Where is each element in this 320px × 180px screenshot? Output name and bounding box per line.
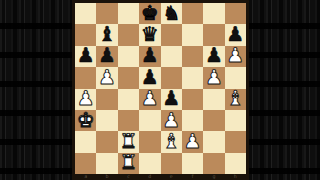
square-d2[interactable] xyxy=(139,131,160,152)
piece-black-pawn[interactable]: ♟ xyxy=(141,45,159,65)
square-d3[interactable] xyxy=(139,110,160,131)
square-e8[interactable]: ♞ xyxy=(161,3,182,24)
piece-white-pawn[interactable]: ♟ xyxy=(77,88,95,108)
file-label-c: c xyxy=(118,173,139,180)
piece-white-king[interactable]: ♚ xyxy=(77,110,95,130)
square-f4[interactable] xyxy=(182,89,203,110)
piece-white-bishop[interactable]: ♝ xyxy=(226,88,244,108)
square-h3[interactable] xyxy=(225,110,246,131)
square-c1[interactable]: ♜ xyxy=(118,153,139,174)
file-label-h: h xyxy=(225,173,246,180)
square-a2[interactable] xyxy=(75,131,96,152)
square-b1[interactable] xyxy=(96,153,117,174)
piece-white-bishop[interactable]: ♝ xyxy=(162,131,180,151)
piece-white-rook[interactable]: ♜ xyxy=(119,152,137,172)
piece-black-bishop[interactable]: ♝ xyxy=(98,24,116,44)
square-b4[interactable] xyxy=(96,89,117,110)
square-g4[interactable] xyxy=(203,89,224,110)
square-f2[interactable]: ♟ xyxy=(182,131,203,152)
square-b5[interactable]: ♟ xyxy=(96,67,117,88)
square-c5[interactable] xyxy=(118,67,139,88)
chess-board: ♚♞♝♛♟♟♟♟♟♟♟♟♟♟♟♟♝♚♟♜♝♟♜ xyxy=(75,3,246,174)
square-g3[interactable] xyxy=(203,110,224,131)
file-label-d: d xyxy=(139,173,160,180)
square-h1[interactable] xyxy=(225,153,246,174)
square-e1[interactable] xyxy=(161,153,182,174)
square-d4[interactable]: ♟ xyxy=(139,89,160,110)
square-f8[interactable] xyxy=(182,3,203,24)
square-c6[interactable] xyxy=(118,46,139,67)
square-h4[interactable]: ♝ xyxy=(225,89,246,110)
square-g2[interactable] xyxy=(203,131,224,152)
square-h2[interactable] xyxy=(225,131,246,152)
square-g1[interactable] xyxy=(203,153,224,174)
piece-white-pawn[interactable]: ♟ xyxy=(162,110,180,130)
file-label-b: b xyxy=(96,173,117,180)
square-a8[interactable] xyxy=(75,3,96,24)
piece-black-pawn[interactable]: ♟ xyxy=(205,45,223,65)
file-label-g: g xyxy=(203,173,224,180)
piece-black-queen[interactable]: ♛ xyxy=(141,24,159,44)
chess-app-screenshot: ♚♞♝♛♟♟♟♟♟♟♟♟♟♟♟♟♝♚♟♜♝♟♜ abcdefgh xyxy=(0,0,320,180)
piece-white-pawn[interactable]: ♟ xyxy=(184,131,202,151)
piece-white-pawn[interactable]: ♟ xyxy=(205,67,223,87)
piece-black-pawn[interactable]: ♟ xyxy=(162,88,180,108)
square-h6[interactable]: ♟ xyxy=(225,46,246,67)
file-label-f: f xyxy=(182,173,203,180)
square-c4[interactable] xyxy=(118,89,139,110)
square-g8[interactable] xyxy=(203,3,224,24)
piece-black-pawn[interactable]: ♟ xyxy=(77,45,95,65)
square-d1[interactable] xyxy=(139,153,160,174)
square-g5[interactable]: ♟ xyxy=(203,67,224,88)
square-e2[interactable]: ♝ xyxy=(161,131,182,152)
square-f5[interactable] xyxy=(182,67,203,88)
square-c7[interactable] xyxy=(118,24,139,45)
piece-black-pawn[interactable]: ♟ xyxy=(226,24,244,44)
piece-black-pawn[interactable]: ♟ xyxy=(141,67,159,87)
file-label-e: e xyxy=(161,173,182,180)
piece-white-pawn[interactable]: ♟ xyxy=(226,45,244,65)
square-a6[interactable]: ♟ xyxy=(75,46,96,67)
square-e6[interactable] xyxy=(161,46,182,67)
square-b2[interactable] xyxy=(96,131,117,152)
file-label-a: a xyxy=(75,173,96,180)
piece-black-king[interactable]: ♚ xyxy=(141,3,159,23)
square-f6[interactable] xyxy=(182,46,203,67)
square-e7[interactable] xyxy=(161,24,182,45)
piece-white-pawn[interactable]: ♟ xyxy=(98,67,116,87)
square-a1[interactable] xyxy=(75,153,96,174)
file-labels: abcdefgh xyxy=(75,173,246,180)
piece-black-pawn[interactable]: ♟ xyxy=(98,45,116,65)
square-a3[interactable]: ♚ xyxy=(75,110,96,131)
piece-white-pawn[interactable]: ♟ xyxy=(141,88,159,108)
piece-black-knight[interactable]: ♞ xyxy=(162,3,180,23)
square-c8[interactable] xyxy=(118,3,139,24)
piece-white-rook[interactable]: ♜ xyxy=(119,131,137,151)
square-f7[interactable] xyxy=(182,24,203,45)
square-f1[interactable] xyxy=(182,153,203,174)
square-b3[interactable] xyxy=(96,110,117,131)
